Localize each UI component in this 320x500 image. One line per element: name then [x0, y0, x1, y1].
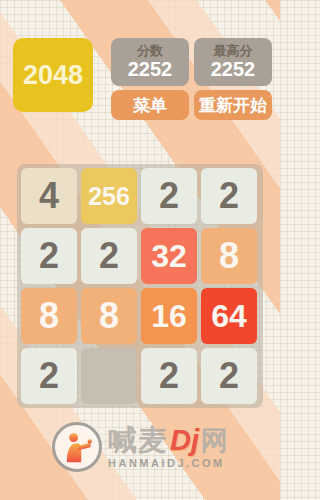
tile-r1c2-256: 256	[81, 168, 137, 224]
score-label: 分数	[137, 43, 163, 59]
tile-r2c1-2: 2	[21, 228, 77, 284]
logo-tile-2048: 2048	[13, 38, 93, 112]
game-board[interactable]: 42562222328881664222	[17, 164, 263, 408]
empty-cell-r4c2	[81, 348, 137, 404]
tile-r4c1-2: 2	[21, 348, 77, 404]
tile-r1c4-2: 2	[201, 168, 257, 224]
button-row: 菜单 重新开始	[111, 90, 272, 120]
score-value: 2252	[128, 58, 173, 81]
menu-button[interactable]: 菜单	[111, 90, 189, 120]
tile-r3c4-64: 64	[201, 288, 257, 344]
watermark-logo-circle	[52, 422, 102, 472]
watermark-text-net: 网	[201, 428, 228, 455]
tile-r1c1-4: 4	[21, 168, 77, 224]
watermark-person-icon	[60, 430, 94, 464]
tile-r1c3-2: 2	[141, 168, 197, 224]
score-box: 分数 2252	[111, 38, 189, 86]
watermark-text: 喊麦 Dj 网 HANMAIDJ.COM	[108, 426, 228, 469]
best-score-value: 2252	[211, 58, 256, 81]
watermark-title-line: 喊麦 Dj 网	[108, 426, 228, 455]
watermark: 喊麦 Dj 网 HANMAIDJ.COM	[0, 422, 280, 472]
tile-r3c2-8: 8	[81, 288, 137, 344]
best-score-box: 最高分 2252	[194, 38, 272, 86]
best-score-label: 最高分	[214, 43, 253, 59]
tile-r3c3-16: 16	[141, 288, 197, 344]
watermark-text-dj: Dj	[170, 426, 199, 455]
tile-r2c3-32: 32	[141, 228, 197, 284]
tile-r2c4-8: 8	[201, 228, 257, 284]
watermark-text-cn: 喊麦	[108, 426, 168, 455]
tile-r4c3-2: 2	[141, 348, 197, 404]
header: 2048 分数 2252 最高分 2252 菜单 重新开始	[13, 38, 272, 120]
tile-r3c1-8: 8	[21, 288, 77, 344]
tile-r4c4-2: 2	[201, 348, 257, 404]
tile-r2c2-2: 2	[81, 228, 137, 284]
header-panel: 分数 2252 最高分 2252 菜单 重新开始	[111, 38, 272, 120]
watermark-domain: HANMAIDJ.COM	[108, 458, 228, 469]
restart-button[interactable]: 重新开始	[194, 90, 272, 120]
game-2048-app: 2048 分数 2252 最高分 2252 菜单 重新开始 4256222232…	[0, 38, 280, 472]
score-row: 分数 2252 最高分 2252	[111, 38, 272, 86]
